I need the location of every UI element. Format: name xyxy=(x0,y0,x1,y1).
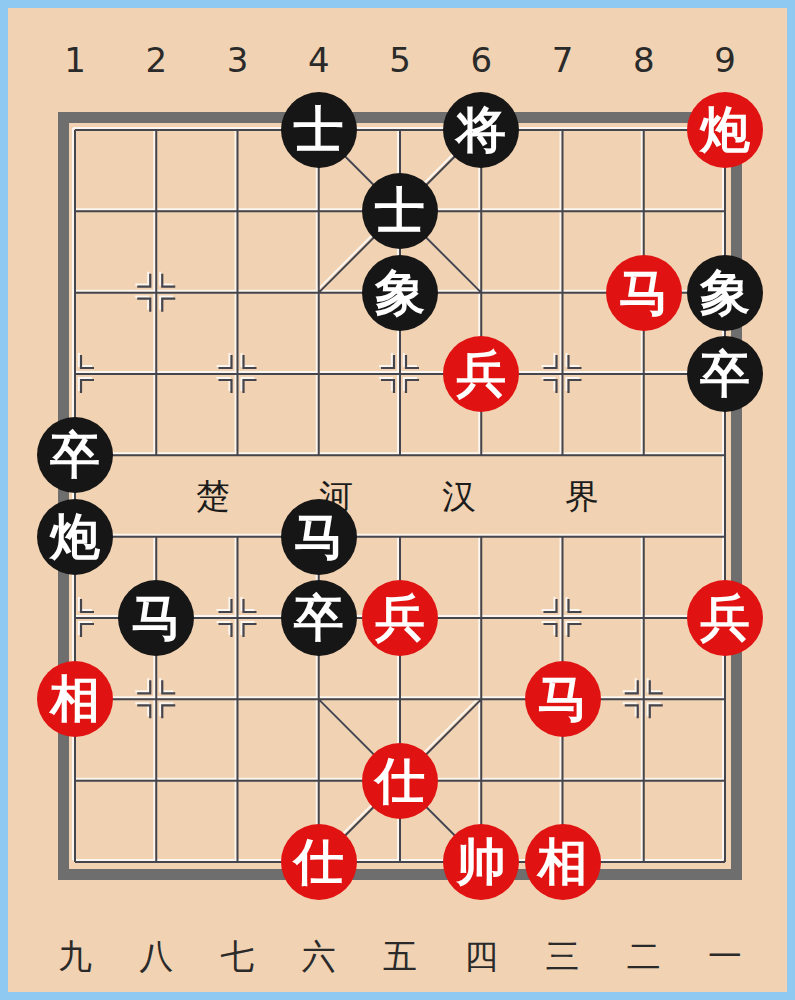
piece-black-soldier-f4r7[interactable]: 卒 xyxy=(281,580,357,656)
board-background: 123456789 楚河汉界 士将炮士象马象兵卒卒炮马马卒兵兵相马仕仕帅相 九八… xyxy=(0,0,795,1000)
file-label: 二 xyxy=(612,936,676,976)
piece-red-soldier-f5r7[interactable]: 兵 xyxy=(362,580,438,656)
file-label: 九 xyxy=(43,936,107,976)
piece-black-elephant-f5r3[interactable]: 象 xyxy=(362,255,438,331)
piece-red-horse-f8r3[interactable]: 马 xyxy=(606,255,682,331)
piece-black-horse-f2r7[interactable]: 马 xyxy=(118,580,194,656)
piece-red-elephant-f7r10[interactable]: 相 xyxy=(525,824,601,900)
piece-red-advisor-f4r10[interactable]: 仕 xyxy=(281,824,357,900)
river-char: 界 xyxy=(560,475,604,517)
file-label: 六 xyxy=(287,936,351,976)
piece-red-soldier-f6r4[interactable]: 兵 xyxy=(443,336,519,412)
piece-red-horse-f7r8[interactable]: 马 xyxy=(525,661,601,737)
river-char: 汉 xyxy=(437,475,481,517)
piece-red-general-f6r10[interactable]: 帅 xyxy=(443,824,519,900)
piece-black-general-f6r1[interactable]: 将 xyxy=(443,92,519,168)
piece-red-elephant-f1r8[interactable]: 相 xyxy=(37,661,113,737)
piece-black-horse-f4r6[interactable]: 马 xyxy=(281,499,357,575)
river-char: 楚 xyxy=(191,475,235,517)
piece-black-soldier-f9r4[interactable]: 卒 xyxy=(687,336,763,412)
file-label: 五 xyxy=(368,936,432,976)
piece-red-soldier-f9r7[interactable]: 兵 xyxy=(687,580,763,656)
piece-red-cannon-f9r1[interactable]: 炮 xyxy=(687,92,763,168)
piece-black-advisor-f4r1[interactable]: 士 xyxy=(281,92,357,168)
piece-black-cannon-f1r6[interactable]: 炮 xyxy=(37,499,113,575)
file-label: 四 xyxy=(449,936,513,976)
file-label: 七 xyxy=(206,936,270,976)
piece-black-soldier-f1r5[interactable]: 卒 xyxy=(37,417,113,493)
piece-red-advisor-f5r9[interactable]: 仕 xyxy=(362,743,438,819)
board-grid xyxy=(0,0,795,1000)
file-label: 三 xyxy=(531,936,595,976)
piece-black-elephant-f9r3[interactable]: 象 xyxy=(687,255,763,331)
file-label: 一 xyxy=(693,936,757,976)
piece-black-advisor-f5r2[interactable]: 士 xyxy=(362,173,438,249)
file-label: 八 xyxy=(124,936,188,976)
